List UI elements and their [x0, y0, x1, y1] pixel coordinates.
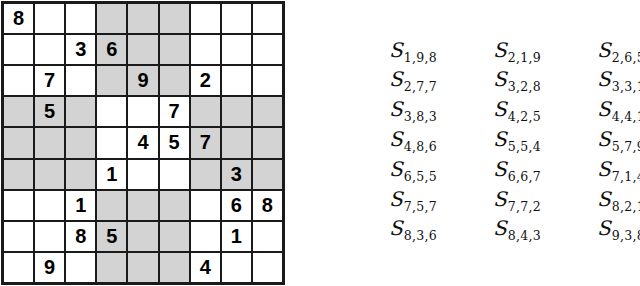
- cell-r2c2[interactable]: [35, 35, 64, 64]
- cell-r3c6[interactable]: [160, 66, 189, 95]
- clue-subscript: 8,4,3: [508, 228, 541, 243]
- clue-symbol: S: [597, 67, 611, 91]
- cell-r7c1[interactable]: [4, 191, 33, 220]
- clue-symbol: S: [389, 216, 403, 240]
- cell-r5c1[interactable]: [4, 128, 33, 157]
- cell-r2c1[interactable]: [4, 35, 33, 64]
- clue-symbol: S: [493, 187, 507, 211]
- clue-subscript: 6,6,7: [508, 169, 541, 184]
- cell-r4c1[interactable]: [4, 97, 33, 126]
- cell-r4c4[interactable]: [97, 97, 126, 126]
- cell-r5c7[interactable]: 7: [191, 128, 220, 157]
- cell-r6c8[interactable]: 3: [222, 160, 251, 189]
- cell-r8c4[interactable]: 5: [97, 222, 126, 251]
- clue-item: S9,3,8: [597, 218, 640, 243]
- cell-r4c9[interactable]: [253, 97, 282, 126]
- clue-item: S2,6,5: [597, 40, 640, 65]
- cell-r7c3[interactable]: 1: [66, 191, 95, 220]
- cell-r4c7[interactable]: [191, 97, 220, 126]
- cell-r9c1[interactable]: [4, 253, 33, 282]
- clue-symbol: S: [597, 97, 611, 121]
- cell-r4c8[interactable]: [222, 97, 251, 126]
- cell-r2c7[interactable]: [191, 35, 220, 64]
- cell-r1c3[interactable]: [66, 4, 95, 33]
- cell-r5c9[interactable]: [253, 128, 282, 157]
- clue-subscript: 5,7,9: [612, 139, 640, 154]
- cell-r6c9[interactable]: [253, 160, 282, 189]
- cell-r1c1[interactable]: 8: [4, 4, 33, 33]
- clue-subscript: 6,5,5: [404, 169, 437, 184]
- cell-r9c8[interactable]: [222, 253, 251, 282]
- clue-subscript: 8,3,6: [404, 228, 437, 243]
- clue-item: S6,5,5: [389, 159, 493, 184]
- clue-subscript: 7,1,4: [612, 169, 640, 184]
- clue-symbol: S: [597, 38, 611, 62]
- cell-r8c6[interactable]: [160, 222, 189, 251]
- cell-r5c4[interactable]: [97, 128, 126, 157]
- clue-symbol: S: [493, 67, 507, 91]
- clue-symbol: S: [597, 157, 611, 181]
- clue-item: S8,2,1: [597, 189, 640, 214]
- cell-r7c5[interactable]: [128, 191, 157, 220]
- cell-r5c3[interactable]: [66, 128, 95, 157]
- cell-r7c4[interactable]: [97, 191, 126, 220]
- cell-r9c5[interactable]: [128, 253, 157, 282]
- clue-item: S3,8,3: [389, 99, 493, 124]
- sudoku-board: 836792574571316885194: [1, 1, 285, 285]
- cell-r1c4[interactable]: [97, 4, 126, 33]
- cell-r2c9[interactable]: [253, 35, 282, 64]
- clue-symbol: S: [389, 127, 403, 151]
- cell-r8c5[interactable]: [128, 222, 157, 251]
- clue-subscript: 5,5,4: [508, 139, 541, 154]
- cell-r7c2[interactable]: [35, 191, 64, 220]
- cell-r3c5[interactable]: 9: [128, 66, 157, 95]
- clue-item: S8,4,3: [493, 218, 597, 243]
- clue-symbol: S: [493, 216, 507, 240]
- cell-r1c6[interactable]: [160, 4, 189, 33]
- clue-symbol: S: [389, 187, 403, 211]
- cell-r9c2[interactable]: 9: [35, 253, 64, 282]
- cell-r6c2[interactable]: [35, 160, 64, 189]
- clue-subscript: 3,8,3: [404, 109, 437, 124]
- cell-r3c9[interactable]: [253, 66, 282, 95]
- cell-r2c6[interactable]: [160, 35, 189, 64]
- cell-r3c1[interactable]: [4, 66, 33, 95]
- cell-r3c3[interactable]: [66, 66, 95, 95]
- cell-r2c4[interactable]: 6: [97, 35, 126, 64]
- clue-subscript: 3,2,8: [508, 79, 541, 94]
- cell-r3c7[interactable]: 2: [191, 66, 220, 95]
- clue-item: S1,9,8: [389, 40, 493, 65]
- clue-item: S3,3,1: [597, 69, 640, 94]
- cell-r3c4[interactable]: [97, 66, 126, 95]
- cell-r9c7[interactable]: 4: [191, 253, 220, 282]
- clue-subscript: 8,2,1: [612, 199, 640, 214]
- cell-r7c7[interactable]: [191, 191, 220, 220]
- clue-symbol: S: [389, 157, 403, 181]
- clue-symbol: S: [493, 97, 507, 121]
- clue-item: S4,4,1: [597, 99, 640, 124]
- cell-r2c3[interactable]: 3: [66, 35, 95, 64]
- cell-r7c6[interactable]: [160, 191, 189, 220]
- cell-r2c8[interactable]: [222, 35, 251, 64]
- cell-r8c8[interactable]: 1: [222, 222, 251, 251]
- cell-r9c9[interactable]: [253, 253, 282, 282]
- clue-subscript: 1,9,8: [404, 50, 437, 65]
- clue-symbol: S: [493, 38, 507, 62]
- cell-r5c8[interactable]: [222, 128, 251, 157]
- cell-r8c1[interactable]: [4, 222, 33, 251]
- cell-r6c3[interactable]: [66, 160, 95, 189]
- clue-symbol: S: [389, 38, 403, 62]
- cell-r1c2[interactable]: [35, 4, 64, 33]
- cell-r4c5[interactable]: [128, 97, 157, 126]
- clue-item: S4,8,6: [389, 129, 493, 154]
- cell-r9c6[interactable]: [160, 253, 189, 282]
- cell-r8c3[interactable]: 8: [66, 222, 95, 251]
- clue-item: S3,2,8: [493, 69, 597, 94]
- cell-r8c2[interactable]: [35, 222, 64, 251]
- cell-r6c5[interactable]: [128, 160, 157, 189]
- clue-symbol: S: [597, 187, 611, 211]
- clue-item: S5,5,4: [493, 129, 597, 154]
- clue-subscript: 2,6,5: [612, 50, 640, 65]
- cell-r7c9[interactable]: 8: [253, 191, 282, 220]
- cell-r6c4[interactable]: 1: [97, 160, 126, 189]
- clue-symbol: S: [493, 157, 507, 181]
- cell-r6c7[interactable]: [191, 160, 220, 189]
- cell-r1c8[interactable]: [222, 4, 251, 33]
- clue-item: S7,5,7: [389, 189, 493, 214]
- cell-r7c8[interactable]: 6: [222, 191, 251, 220]
- cell-r8c7[interactable]: [191, 222, 220, 251]
- clue-item: S8,3,6: [389, 218, 493, 243]
- cell-r9c4[interactable]: [97, 253, 126, 282]
- cell-r5c2[interactable]: [35, 128, 64, 157]
- clue-subscript: 4,8,6: [404, 139, 437, 154]
- cell-r8c9[interactable]: [253, 222, 282, 251]
- clue-item: S4,2,5: [493, 99, 597, 124]
- cell-r3c2[interactable]: 7: [35, 66, 64, 95]
- cell-r4c3[interactable]: [66, 97, 95, 126]
- cell-r6c6[interactable]: [160, 160, 189, 189]
- clue-subscript: 4,4,1: [612, 109, 640, 124]
- cell-r6c1[interactable]: [4, 160, 33, 189]
- clue-list: S1,9,8S2,1,9S2,6,5S2,7,7S3,2,8S3,3,1S3,8…: [389, 37, 640, 246]
- clue-subscript: 7,7,2: [508, 199, 541, 214]
- clue-subscript: 4,2,5: [508, 109, 541, 124]
- cell-r4c2[interactable]: 5: [35, 97, 64, 126]
- clue-subscript: 2,1,9: [508, 50, 541, 65]
- clue-symbol: S: [389, 97, 403, 121]
- clue-symbol: S: [597, 216, 611, 240]
- clue-symbol: S: [597, 127, 611, 151]
- cell-r5c6[interactable]: 5: [160, 128, 189, 157]
- clue-item: S7,7,2: [493, 189, 597, 214]
- cell-r3c8[interactable]: [222, 66, 251, 95]
- clue-item: S5,7,9: [597, 129, 640, 154]
- clue-symbol: S: [493, 127, 507, 151]
- clue-subscript: 3,3,1: [612, 79, 640, 94]
- clue-item: S6,6,7: [493, 159, 597, 184]
- cell-r9c3[interactable]: [66, 253, 95, 282]
- cell-r5c5[interactable]: 4: [128, 128, 157, 157]
- cell-r1c5[interactable]: [128, 4, 157, 33]
- clue-symbol: S: [389, 67, 403, 91]
- clue-item: S7,1,4: [597, 159, 640, 184]
- clue-subscript: 9,3,8: [612, 228, 640, 243]
- clue-subscript: 2,7,7: [404, 79, 437, 94]
- clue-subscript: 7,5,7: [404, 199, 437, 214]
- cell-r1c7[interactable]: [191, 4, 220, 33]
- clue-item: S2,1,9: [493, 40, 597, 65]
- cell-r2c5[interactable]: [128, 35, 157, 64]
- cell-r1c9[interactable]: [253, 4, 282, 33]
- clue-item: S2,7,7: [389, 69, 493, 94]
- cell-r4c6[interactable]: 7: [160, 97, 189, 126]
